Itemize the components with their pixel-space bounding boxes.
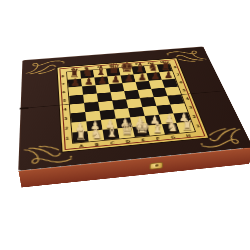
white-queen: ♛	[120, 121, 135, 137]
coord-label: 3	[188, 106, 193, 109]
board-frame: ABCDEFGH 87654321 ♜♞♝♛♚♝♞♜♟♟♟♟♟♟♟♟♟♟♟♟♟♟…	[57, 58, 208, 151]
brass-clasp-icon	[150, 162, 164, 170]
square-g7: ♟	[146, 72, 161, 81]
square-g5	[151, 88, 167, 97]
square-g1: ♞	[162, 123, 180, 134]
square-b6	[82, 85, 97, 94]
white-king: ♚	[135, 119, 151, 137]
fold-gap	[20, 107, 29, 110]
black-pawn: ♟	[138, 71, 147, 81]
coord-label: F	[156, 137, 161, 141]
square-d4	[112, 100, 128, 110]
square-c1: ♝	[103, 128, 120, 140]
black-pawn: ♟	[111, 74, 120, 84]
coord-label: 4	[63, 108, 67, 112]
coord-label: H	[185, 134, 191, 138]
coord-label: E	[141, 138, 146, 142]
square-c5	[97, 92, 112, 102]
coord-label: 7	[62, 82, 66, 85]
square-d5	[111, 91, 127, 101]
square-d1: ♛	[118, 127, 135, 138]
square-b1: ♞	[88, 130, 105, 142]
black-pawn: ♟	[164, 69, 173, 79]
coord-label: D	[125, 139, 130, 143]
black-pawn: ♟	[71, 77, 80, 87]
clasp-keyhole	[155, 164, 158, 167]
square-e7: ♟	[121, 74, 136, 83]
black-pawn: ♟	[124, 73, 133, 83]
white-knight: ♞	[90, 127, 102, 141]
square-c7: ♟	[94, 76, 109, 85]
square-a1: ♜	[72, 131, 88, 143]
coord-label: B	[95, 142, 100, 146]
white-bishop: ♝	[105, 124, 118, 139]
square-f7: ♟	[134, 73, 149, 82]
coord-label: 6	[62, 90, 66, 93]
square-d7: ♟	[107, 75, 122, 84]
white-rook: ♜	[75, 129, 87, 142]
white-rook: ♜	[181, 119, 193, 132]
product-photo: ABCDEFGH 87654321 ♜♞♝♛♚♝♞♜♟♟♟♟♟♟♟♟♟♟♟♟♟♟…	[0, 0, 250, 250]
coord-label: 4	[185, 97, 190, 100]
white-bishop: ♝	[151, 120, 164, 135]
coord-label: 8	[61, 75, 64, 78]
coord-label: 7	[176, 73, 180, 76]
square-h1: ♜	[177, 122, 195, 133]
coord-label: 1	[65, 136, 69, 140]
square-h7: ♟	[159, 71, 175, 80]
coord-label: C	[110, 141, 115, 145]
coord-label: 1	[196, 124, 201, 128]
coord-label: 5	[63, 99, 67, 102]
square-h4	[167, 95, 184, 105]
coord-label: A	[79, 144, 84, 148]
coord-label: G	[170, 135, 176, 139]
square-e1: ♚	[132, 126, 149, 137]
coord-label: 2	[65, 126, 69, 130]
coord-label: 6	[179, 81, 183, 84]
square-h5	[165, 87, 181, 96]
coord-label: 8	[173, 66, 177, 69]
black-pawn: ♟	[84, 76, 93, 86]
coord-label: 5	[182, 89, 186, 92]
coord-label: 3	[64, 117, 68, 121]
white-knight: ♞	[166, 120, 178, 134]
chess-case: ABCDEFGH 87654321 ♜♞♝♛♚♝♞♜♟♟♟♟♟♟♟♟♟♟♟♟♟♟…	[18, 47, 250, 171]
black-pawn: ♟	[98, 75, 107, 85]
black-pawn: ♟	[151, 70, 160, 80]
square-b7: ♟	[81, 78, 95, 87]
